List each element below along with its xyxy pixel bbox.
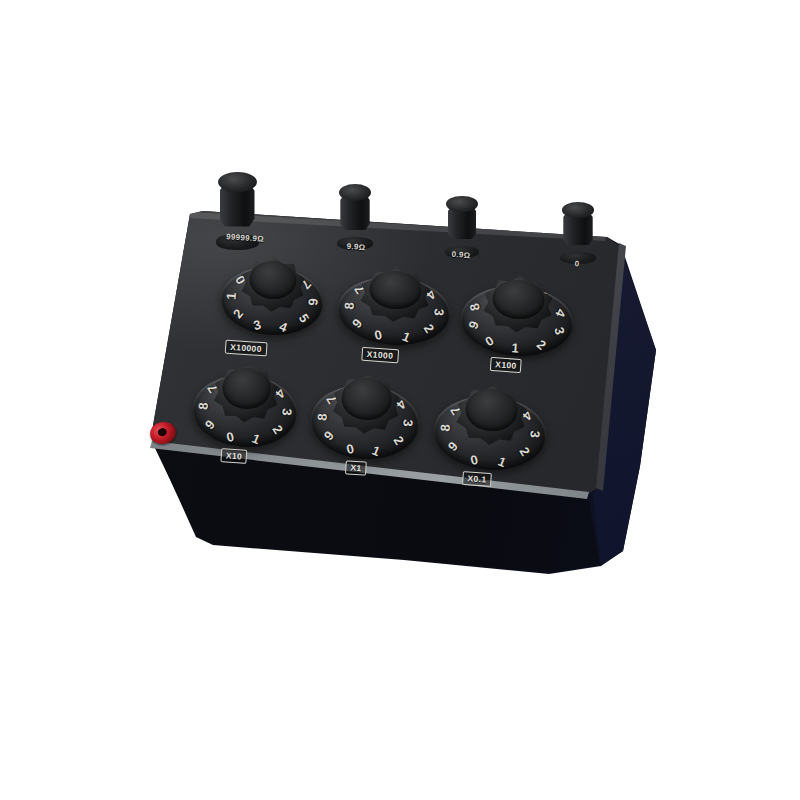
knob-label-x1000: X1000 <box>361 347 398 364</box>
dial-digit: 2 <box>421 321 438 335</box>
dial-digit: 3 <box>400 419 415 427</box>
dial-digit: 2 <box>230 306 246 321</box>
terminal-label-2: 9.9Ω <box>346 242 365 252</box>
dial-digit: 9 <box>202 417 218 432</box>
terminal-post-4[interactable] <box>557 202 599 264</box>
dial-digit: 9 <box>321 428 337 443</box>
knob-label-x10000: X10000 <box>225 340 268 357</box>
dial-digit: 1 <box>511 341 519 356</box>
knob-label-x100: X100 <box>490 357 522 373</box>
dial-digit: 1 <box>496 453 508 470</box>
knob-dome <box>221 367 272 411</box>
knob-dome <box>249 259 299 300</box>
knob-x100[interactable]: 0123456789 <box>459 282 576 360</box>
knob-label-x0-1: X0.1 <box>462 471 492 487</box>
dial-digit: 3 <box>279 408 294 416</box>
dial-digit: 2 <box>269 422 286 436</box>
dial-digit: 8 <box>196 402 211 410</box>
dial-digit: 6 <box>305 298 320 306</box>
dial-digit: 8 <box>342 302 357 310</box>
dial-digit: 8 <box>467 302 483 313</box>
dial-digit: 3 <box>551 326 567 337</box>
terminal-dome <box>446 196 477 212</box>
knob-label-x10: X10 <box>220 448 247 464</box>
knob-x10000[interactable]: 0123456789 <box>219 264 325 339</box>
dial-digit: 8 <box>314 413 329 421</box>
knob-dome <box>368 269 422 311</box>
terminal-post-3[interactable] <box>442 196 482 258</box>
dial-digit: 0 <box>225 429 236 445</box>
dial-digit: 9 <box>349 316 365 331</box>
dial-digit: 3 <box>252 317 263 333</box>
dial-digit: 4 <box>277 319 289 336</box>
dial-digit: 3 <box>527 430 542 438</box>
dial-digit: 5 <box>296 311 313 325</box>
dial-digit: 2 <box>534 336 549 352</box>
knob-dome <box>491 278 545 321</box>
terminal-dome <box>218 172 257 192</box>
dial-digit: 0 <box>344 440 355 456</box>
knob-label-x1: X1 <box>345 460 367 475</box>
knob-x10[interactable]: 0123456789 <box>191 371 300 450</box>
dial-digit: 1 <box>250 430 262 447</box>
knob-x1000[interactable]: 0123456789 <box>336 273 452 349</box>
dial-digit: 0 <box>373 327 384 343</box>
dial-digit: 3 <box>431 308 446 316</box>
dial-digit: 0 <box>469 451 480 467</box>
terminal-label-3: 0.9Ω <box>451 250 470 260</box>
knob-dome <box>340 377 393 422</box>
dial-digit: 2 <box>517 445 534 459</box>
decade-resistance-box-photo: 99999.9Ω 9.9Ω 0.9Ω 0 0123456789 01234567… <box>0 0 800 800</box>
dial-digit: 8 <box>438 424 453 432</box>
knob-dome <box>464 387 518 432</box>
dial-digit: 1 <box>370 442 382 459</box>
terminal-label-4: 0 <box>574 259 579 268</box>
dial-digit: 4 <box>552 307 569 319</box>
dial-digit: 2 <box>390 434 407 448</box>
knob-x0-1[interactable]: 0123456789 <box>432 392 549 474</box>
dial-digit: 0 <box>482 333 496 350</box>
dial-digit: 1 <box>400 329 412 346</box>
dial-digit: 9 <box>445 439 461 454</box>
dial-digit: 9 <box>466 319 483 331</box>
terminal-post-2[interactable] <box>334 184 376 250</box>
knob-x1[interactable]: 0123456789 <box>309 381 422 462</box>
dial-digit: 1 <box>224 292 239 300</box>
